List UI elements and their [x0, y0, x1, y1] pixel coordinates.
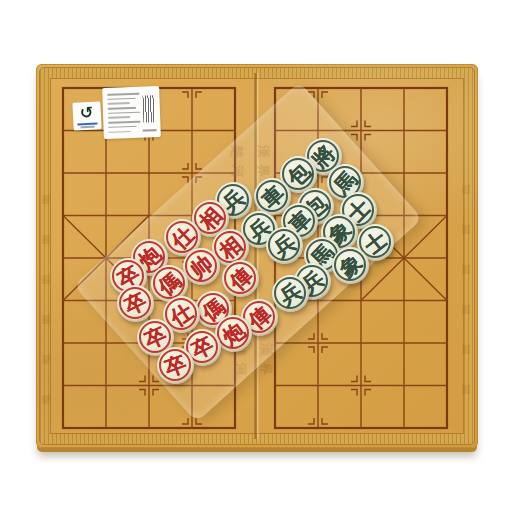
logo-sticker: ↻ [72, 101, 101, 130]
label-fineprint [143, 130, 157, 132]
xiangqi-piece-red[interactable]: 卒 [117, 285, 154, 322]
river-character: 界 [260, 363, 273, 376]
xiangqi-piece-red[interactable]: 卒 [157, 347, 194, 384]
barcode-label [102, 86, 161, 139]
xiangqi-piece-green[interactable]: 兵 [266, 227, 303, 264]
right-edge-motif [462, 184, 470, 394]
xiangqi-piece-green[interactable]: 象 [332, 247, 369, 284]
barcode-icon [142, 95, 155, 122]
label-fineprint [107, 93, 140, 136]
left-edge-motif [42, 194, 50, 404]
circular-arrow-logo-icon: ↻ [80, 104, 94, 121]
logo-fineprint [81, 126, 95, 128]
xiangqi-piece-green[interactable]: 兵 [272, 275, 309, 312]
logo-fineprint [77, 122, 97, 125]
xiangqi-piece-red[interactable]: 俥 [222, 260, 259, 297]
product-photo-canvas: 楚河漢界楚河漢界 ↻ 將包馬兵車包士兵車象士兵馬象兵兵相仕相炮帅俥傌卒卒仕傌俥卒… [0, 0, 510, 510]
